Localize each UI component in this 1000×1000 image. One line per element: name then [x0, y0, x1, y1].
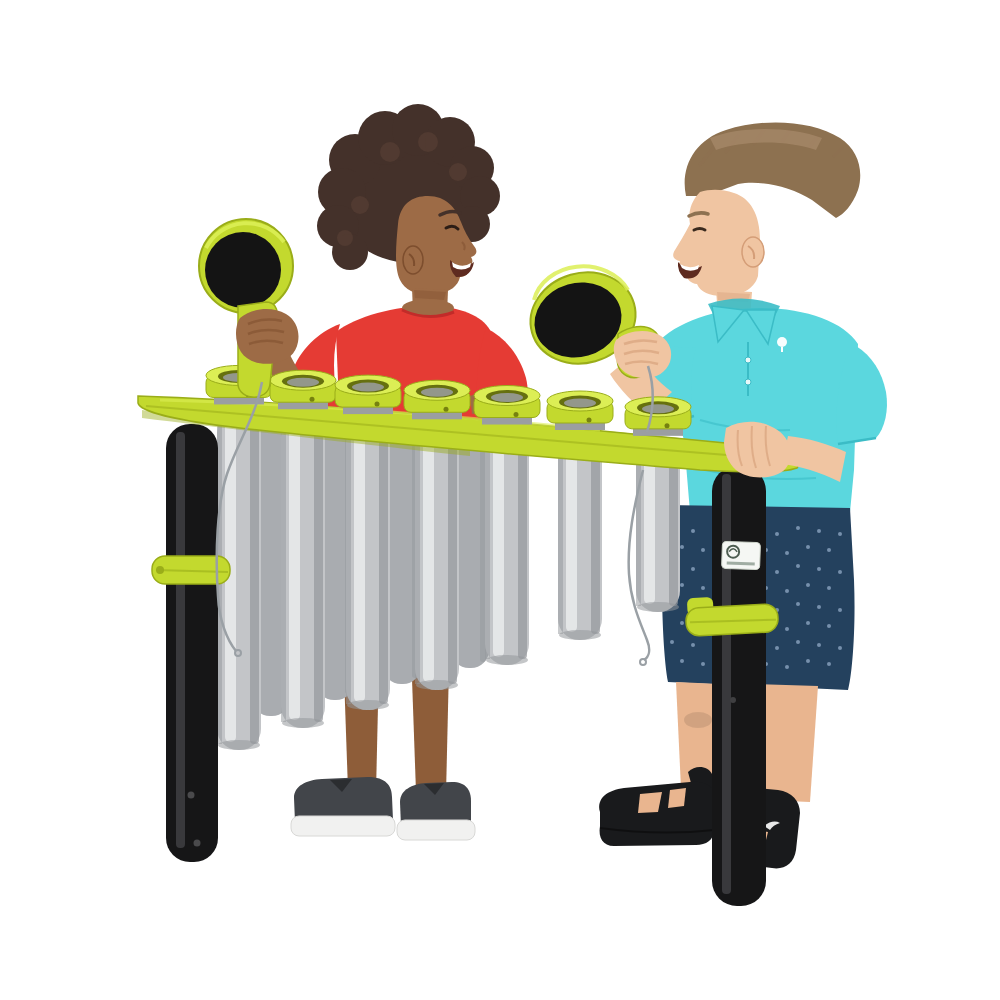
brand-sticker: [722, 541, 761, 569]
chime-ring: [625, 397, 691, 436]
shoe-sole: [291, 816, 395, 836]
ring-inner-tube: [564, 399, 596, 408]
tube-highlight: [423, 432, 434, 682]
pattern-dot: [817, 605, 821, 609]
post-highlight: [176, 432, 185, 848]
tube-edge-shade: [346, 425, 351, 704]
hair-highlight: [449, 163, 467, 181]
boy-right-eye: [694, 229, 705, 231]
pattern-dot: [680, 545, 684, 549]
polo-logo: [777, 337, 787, 347]
tube-edge-shade: [448, 430, 457, 684]
chime-tube: [346, 421, 390, 710]
pattern-dot: [701, 662, 705, 666]
product-photo: [0, 0, 1000, 1000]
ring-inner-tube: [421, 388, 453, 397]
pattern-dot: [680, 621, 684, 625]
ring-inner-tube: [642, 404, 674, 413]
pattern-dot: [701, 586, 705, 590]
ring-screw: [665, 423, 670, 428]
tube-highlight: [289, 422, 300, 720]
pattern-dot: [838, 646, 842, 650]
post-bolt: [730, 697, 736, 703]
pattern-dot: [775, 570, 779, 574]
pattern-dot: [817, 567, 821, 571]
scene-svg: [0, 0, 1000, 1000]
pattern-dot: [827, 624, 831, 628]
shoe-sole: [397, 820, 475, 840]
tube-edge-shade: [485, 436, 490, 659]
tube-edge-shade: [415, 430, 420, 684]
pattern-dot: [701, 548, 705, 552]
mallet-pad: [205, 232, 281, 308]
pattern-dot: [806, 621, 810, 625]
pattern-dot: [775, 532, 779, 536]
pattern-dot: [785, 665, 789, 669]
tube-edge-shade: [591, 441, 600, 634]
polo-button: [745, 357, 751, 363]
chime-ring: [547, 391, 613, 430]
sandal-left: [599, 782, 716, 846]
post-bolt: [194, 840, 201, 847]
chime-ring: [474, 386, 540, 425]
tube-highlight: [354, 427, 365, 702]
clamp-bolt: [156, 566, 164, 574]
tube-bottom-cap: [347, 700, 389, 710]
tube-bottom-cap: [486, 655, 528, 665]
post-bolt: [188, 792, 195, 799]
tube-bottom-cap: [416, 680, 458, 690]
pattern-dot: [838, 570, 842, 574]
hair-highlight: [337, 230, 353, 246]
tube-edge-shade: [558, 441, 563, 634]
pattern-dot: [691, 643, 695, 647]
ring-screw: [310, 397, 315, 402]
tube-bottom-cap: [637, 602, 679, 612]
pattern-dot: [827, 586, 831, 590]
pattern-dot: [806, 659, 810, 663]
tube-edge-shade: [250, 415, 259, 744]
hair-highlight: [380, 142, 400, 162]
chime-ring: [404, 380, 470, 419]
ring-screw: [587, 418, 592, 423]
knee-shade: [684, 712, 712, 728]
pattern-dot: [796, 564, 800, 568]
tube-edge-shade: [669, 447, 678, 606]
boy-left-hand: [236, 309, 299, 364]
hair-highlight: [351, 196, 369, 214]
tube-edge-shade: [314, 420, 323, 722]
pattern-dot: [827, 548, 831, 552]
ring-inner-tube: [352, 383, 384, 392]
pattern-dot: [817, 529, 821, 533]
right-post: [712, 466, 766, 906]
tube-bottom-cap: [282, 718, 324, 728]
cable-end-loop: [640, 659, 646, 665]
hair-highlight: [418, 132, 438, 152]
polo-button: [745, 379, 751, 385]
pattern-dot: [670, 640, 674, 644]
pattern-dot: [785, 551, 789, 555]
pattern-dot: [796, 640, 800, 644]
tube-edge-shade: [281, 420, 286, 722]
pattern-dot: [785, 589, 789, 593]
tube-edge-shade: [518, 436, 527, 659]
chime-tube: [558, 437, 602, 640]
pattern-dot: [796, 526, 800, 530]
tube-edge-shade: [379, 425, 388, 704]
tube-bottom-cap: [559, 630, 601, 640]
tube-edge-shade: [636, 447, 641, 606]
chime-ring: [335, 375, 401, 414]
chime-tube: [485, 432, 529, 665]
pattern-dot: [691, 529, 695, 533]
post-highlight: [722, 474, 731, 894]
hand-on-handle: [236, 309, 299, 364]
tube-highlight: [493, 438, 504, 657]
ring-inner-tube: [491, 393, 523, 402]
pattern-dot: [806, 583, 810, 587]
chime-tube: [415, 426, 459, 690]
ring-screw: [444, 407, 449, 412]
tube-highlight: [566, 443, 577, 632]
ring-screw: [514, 412, 519, 417]
chime-ring: [270, 370, 336, 409]
pattern-dot: [806, 545, 810, 549]
ring-screw: [375, 402, 380, 407]
pattern-dot: [838, 532, 842, 536]
chime-tube: [281, 416, 325, 728]
sandal-strap-gap: [638, 792, 662, 813]
tube-highlight: [644, 449, 655, 604]
pattern-dot: [827, 662, 831, 666]
ring-inner-tube: [287, 378, 319, 387]
pattern-dot: [796, 602, 800, 606]
pattern-dot: [838, 608, 842, 612]
sandal-strap-gap: [668, 788, 686, 808]
tube-bottom-cap: [218, 740, 260, 750]
pattern-dot: [680, 659, 684, 663]
pattern-dot: [785, 627, 789, 631]
boy-left-shoes: [291, 777, 475, 840]
pattern-dot: [775, 646, 779, 650]
pattern-dot: [680, 583, 684, 587]
pattern-dot: [691, 567, 695, 571]
pattern-dot: [817, 643, 821, 647]
